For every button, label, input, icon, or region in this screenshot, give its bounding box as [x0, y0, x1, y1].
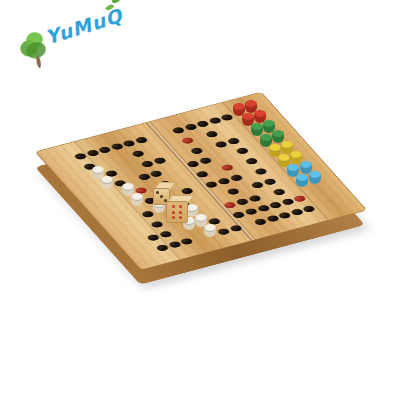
peg-blue[interactable]	[296, 174, 308, 188]
pieces-layer	[0, 0, 400, 400]
peg-white[interactable]	[131, 193, 143, 207]
peg-blue[interactable]	[309, 171, 321, 185]
product-photo: YuMuQ	[0, 0, 400, 400]
peg-white[interactable]	[204, 224, 216, 238]
die-2[interactable]	[166, 201, 186, 221]
peg-white[interactable]	[101, 176, 113, 190]
